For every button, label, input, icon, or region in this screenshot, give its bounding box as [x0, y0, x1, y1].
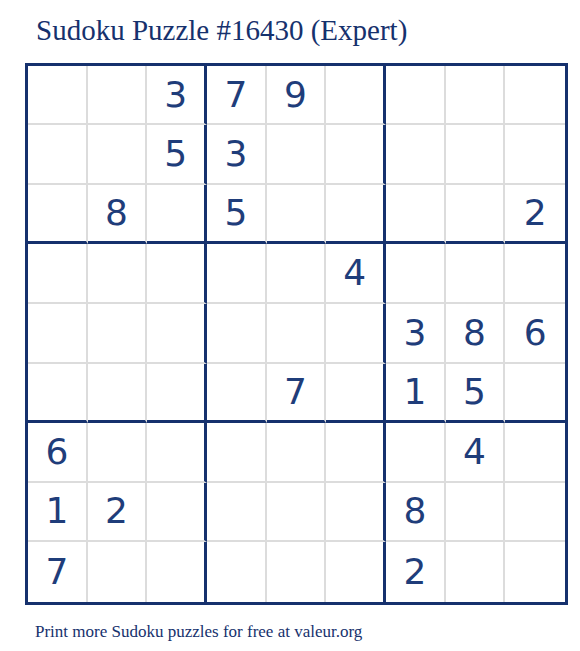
sudoku-cell-r1c6 [326, 66, 386, 126]
sudoku-cell-r3c5 [267, 185, 327, 245]
sudoku-cell-r7c3 [147, 423, 207, 483]
sudoku-cell-r9c5 [267, 542, 327, 602]
sudoku-cell-r2c9 [505, 125, 565, 185]
sudoku-cell-r1c2 [88, 66, 148, 126]
sudoku-cell-r8c9 [505, 483, 565, 543]
sudoku-cell-r8c2: 2 [88, 483, 148, 543]
sudoku-cell-r7c9 [505, 423, 565, 483]
sudoku-cell-r5c3 [147, 304, 207, 364]
sudoku-cell-r9c8 [446, 542, 506, 602]
sudoku-cell-r9c1: 7 [28, 542, 88, 602]
sudoku-cell-r3c7 [386, 185, 446, 245]
sudoku-cell-r7c4 [207, 423, 267, 483]
sudoku-cell-r3c9: 2 [505, 185, 565, 245]
sudoku-cell-r5c4 [207, 304, 267, 364]
sudoku-cell-r5c7: 3 [386, 304, 446, 364]
sudoku-cell-r1c9 [505, 66, 565, 126]
sudoku-cell-r4c4 [207, 244, 267, 304]
sudoku-cell-r8c1: 1 [28, 483, 88, 543]
sudoku-cell-r3c8 [446, 185, 506, 245]
sudoku-cell-r4c8 [446, 244, 506, 304]
sudoku-cell-r2c7 [386, 125, 446, 185]
sudoku-cell-r2c4: 3 [207, 125, 267, 185]
sudoku-cell-r9c9 [505, 542, 565, 602]
sudoku-cell-r7c2 [88, 423, 148, 483]
sudoku-cell-r4c2 [88, 244, 148, 304]
sudoku-cell-r1c7 [386, 66, 446, 126]
sudoku-cell-r8c8 [446, 483, 506, 543]
sudoku-cell-r8c7: 8 [386, 483, 446, 543]
sudoku-cell-r6c6 [326, 364, 386, 424]
sudoku-cell-r5c8: 8 [446, 304, 506, 364]
sudoku-cell-r7c5 [267, 423, 327, 483]
sudoku-cell-r5c1 [28, 304, 88, 364]
sudoku-cell-r5c2 [88, 304, 148, 364]
sudoku-cell-r2c3: 5 [147, 125, 207, 185]
sudoku-cell-r6c1 [28, 364, 88, 424]
sudoku-cell-r9c2 [88, 542, 148, 602]
sudoku-cell-r2c2 [88, 125, 148, 185]
sudoku-cell-r2c8 [446, 125, 506, 185]
sudoku-cell-r1c1 [28, 66, 88, 126]
sudoku-cell-r8c6 [326, 483, 386, 543]
sudoku-cell-r3c1 [28, 185, 88, 245]
page-title: Sudoku Puzzle #16430 (Expert) [36, 13, 580, 48]
sudoku-cell-r8c4 [207, 483, 267, 543]
sudoku-cell-r1c8 [446, 66, 506, 126]
sudoku-cell-r4c3 [147, 244, 207, 304]
sudoku-cell-r6c3 [147, 364, 207, 424]
sudoku-cell-r7c8: 4 [446, 423, 506, 483]
sudoku-cell-r5c6 [326, 304, 386, 364]
sudoku-cell-r9c4 [207, 542, 267, 602]
sudoku-cell-r6c4 [207, 364, 267, 424]
sudoku-cell-r5c9: 6 [505, 304, 565, 364]
sudoku-cell-r7c1: 6 [28, 423, 88, 483]
sudoku-cell-r2c6 [326, 125, 386, 185]
sudoku-cell-r2c5 [267, 125, 327, 185]
sudoku-cell-r6c2 [88, 364, 148, 424]
footer-text: Print more Sudoku puzzles for free at va… [35, 622, 580, 642]
sudoku-cell-r6c7: 1 [386, 364, 446, 424]
sudoku-cell-r8c5 [267, 483, 327, 543]
sudoku-cell-r7c6 [326, 423, 386, 483]
sudoku-cell-r3c2: 8 [88, 185, 148, 245]
sudoku-cell-r1c4: 7 [207, 66, 267, 126]
sudoku-page: Sudoku Puzzle #16430 (Expert) 3795385243… [0, 13, 580, 651]
sudoku-cell-r9c6 [326, 542, 386, 602]
sudoku-cell-r7c7 [386, 423, 446, 483]
sudoku-cell-r1c3: 3 [147, 66, 207, 126]
sudoku-cell-r6c8: 5 [446, 364, 506, 424]
sudoku-cell-r9c3 [147, 542, 207, 602]
sudoku-cell-r4c7 [386, 244, 446, 304]
sudoku-cell-r4c9 [505, 244, 565, 304]
sudoku-cell-r9c7: 2 [386, 542, 446, 602]
sudoku-cell-r4c1 [28, 244, 88, 304]
sudoku-cell-r6c9 [505, 364, 565, 424]
sudoku-cell-r8c3 [147, 483, 207, 543]
sudoku-cell-r2c1 [28, 125, 88, 185]
sudoku-cell-r1c5: 9 [267, 66, 327, 126]
sudoku-cell-r6c5: 7 [267, 364, 327, 424]
sudoku-cell-r3c4: 5 [207, 185, 267, 245]
sudoku-cell-r3c3 [147, 185, 207, 245]
sudoku-cell-r4c5 [267, 244, 327, 304]
sudoku-grid: 3795385243867156412872 [25, 63, 568, 605]
sudoku-cell-r5c5 [267, 304, 327, 364]
sudoku-cell-r3c6 [326, 185, 386, 245]
sudoku-cell-r4c6: 4 [326, 244, 386, 304]
